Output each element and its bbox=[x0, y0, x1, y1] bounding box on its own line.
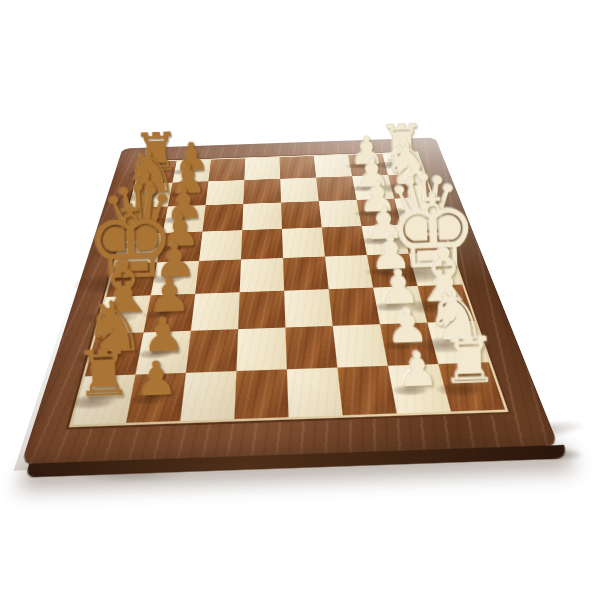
white-rook: ♜ bbox=[438, 362, 505, 411]
chess-board: ♜♞♝♛♚♝♞♜♟♟♟♟♟♟♟♟♟♟♟♟♟♟♟♟♜♞♝♛♚♝♞♜ bbox=[21, 138, 559, 466]
chess-set-photo: ♜♞♝♛♚♝♞♜♟♟♟♟♟♟♟♟♟♟♟♟♟♟♟♟♜♞♝♛♚♝♞♜ bbox=[0, 0, 600, 600]
pieces-layer: ♜♞♝♛♚♝♞♜♟♟♟♟♟♟♟♟♟♟♟♟♟♟♟♟♜♞♝♛♚♝♞♜ bbox=[21, 138, 559, 466]
black-rook: ♜ bbox=[72, 375, 135, 425]
